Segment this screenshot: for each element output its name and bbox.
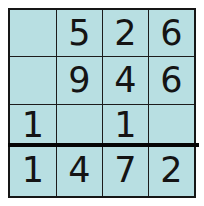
cell-r4c2: 4 (56, 145, 102, 196)
cell-r1c3: 2 (102, 10, 148, 56)
worksheet-page: 5 2 6 9 4 6 1 1 1 4 7 2 (0, 0, 204, 206)
cell-r2c2: 9 (56, 56, 102, 104)
cell-r1c2: 5 (56, 10, 102, 56)
cell-r1c4: 6 (148, 10, 194, 56)
cell-r2c1 (10, 56, 56, 104)
cell-r4c3: 7 (102, 145, 148, 196)
cell-r2c4: 6 (148, 56, 194, 104)
cell-r4c4: 2 (148, 145, 194, 196)
addition-sum-line (8, 143, 199, 147)
cell-r1c1 (10, 10, 56, 56)
cell-r3c1: 1 (10, 104, 56, 145)
cell-r3c2 (56, 104, 102, 145)
cell-r2c3: 4 (102, 56, 148, 104)
cell-r3c4 (148, 104, 194, 145)
cell-r3c3: 1 (102, 104, 148, 145)
addition-board: 5 2 6 9 4 6 1 1 1 4 7 2 (8, 8, 196, 198)
cell-r4c1: 1 (10, 145, 56, 196)
